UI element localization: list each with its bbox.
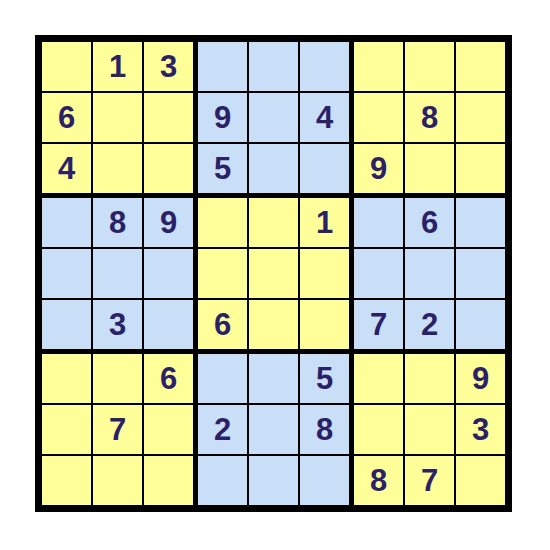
sudoku-cell-r7c4[interactable]: [198, 354, 247, 403]
sudoku-cell-r9c6[interactable]: [300, 456, 349, 505]
given-digit: 3: [160, 51, 177, 82]
sudoku-cell-r9c5[interactable]: [249, 456, 298, 505]
given-digit: 3: [472, 414, 489, 445]
sudoku-cell-r9c1[interactable]: [42, 456, 91, 505]
sudoku-cell-r5c2[interactable]: [93, 249, 142, 298]
sudoku-cell-r1c6[interactable]: [300, 42, 349, 91]
sudoku-cell-r7c9[interactable]: 9: [456, 354, 505, 403]
sudoku-cell-r5c7[interactable]: [354, 249, 403, 298]
sudoku-cell-r8c8[interactable]: [405, 405, 454, 454]
sudoku-cell-r3c2[interactable]: [93, 144, 142, 193]
sudoku-cell-r8c4[interactable]: 2: [198, 405, 247, 454]
sudoku-cell-r9c9[interactable]: [456, 456, 505, 505]
sudoku-cell-r4c4[interactable]: [198, 198, 247, 247]
sudoku-cell-r5c1[interactable]: [42, 249, 91, 298]
sudoku-cell-r1c3[interactable]: 3: [144, 42, 193, 91]
sudoku-cell-r8c1[interactable]: [42, 405, 91, 454]
given-digit: 8: [421, 102, 438, 133]
given-digit: 5: [316, 363, 333, 394]
sudoku-cell-r7c6[interactable]: 5: [300, 354, 349, 403]
sudoku-cell-r3c1[interactable]: 4: [42, 144, 91, 193]
sudoku-cell-r2c6[interactable]: 4: [300, 93, 349, 142]
sudoku-cell-r6c5[interactable]: [249, 300, 298, 349]
sudoku-cell-r7c2[interactable]: [93, 354, 142, 403]
sudoku-cell-r3c7[interactable]: 9: [354, 144, 403, 193]
sudoku-cell-r6c2[interactable]: 3: [93, 300, 142, 349]
sudoku-cell-r4c8[interactable]: 6: [405, 198, 454, 247]
sudoku-cell-r8c6[interactable]: 8: [300, 405, 349, 454]
given-digit: 7: [370, 309, 387, 340]
given-digit: 8: [109, 207, 126, 238]
given-digit: 6: [421, 207, 438, 238]
sudoku-cell-r4c6[interactable]: 1: [300, 198, 349, 247]
sudoku-cell-r9c7[interactable]: 8: [354, 456, 403, 505]
sudoku-cell-r8c7[interactable]: [354, 405, 403, 454]
sudoku-cell-r7c3[interactable]: 6: [144, 354, 193, 403]
sudoku-cell-r8c3[interactable]: [144, 405, 193, 454]
sudoku-cell-r2c2[interactable]: [93, 93, 142, 142]
given-digit: 7: [109, 414, 126, 445]
given-digit: 9: [472, 363, 489, 394]
given-digit: 6: [160, 363, 177, 394]
sudoku-cell-r3c9[interactable]: [456, 144, 505, 193]
sudoku-cell-r5c3[interactable]: [144, 249, 193, 298]
sudoku-cell-r3c8[interactable]: [405, 144, 454, 193]
sudoku-cell-r6c3[interactable]: [144, 300, 193, 349]
given-digit: 3: [109, 309, 126, 340]
sudoku-cell-r2c4[interactable]: 9: [198, 93, 247, 142]
sudoku-cell-r3c4[interactable]: 5: [198, 144, 247, 193]
sudoku-cell-r8c9[interactable]: 3: [456, 405, 505, 454]
sudoku-cell-r1c4[interactable]: [198, 42, 247, 91]
sudoku-cell-r6c9[interactable]: [456, 300, 505, 349]
given-digit: 2: [421, 309, 438, 340]
sudoku-cell-r2c5[interactable]: [249, 93, 298, 142]
sudoku-cell-r6c1[interactable]: [42, 300, 91, 349]
given-digit: 4: [58, 153, 75, 184]
sudoku-cell-r7c7[interactable]: [354, 354, 403, 403]
sudoku-cell-r1c9[interactable]: [456, 42, 505, 91]
sudoku-cell-r1c5[interactable]: [249, 42, 298, 91]
sudoku-cell-r4c1[interactable]: [42, 198, 91, 247]
sudoku-cell-r3c6[interactable]: [300, 144, 349, 193]
sudoku-cell-r3c5[interactable]: [249, 144, 298, 193]
sudoku-cell-r9c4[interactable]: [198, 456, 247, 505]
sudoku-cell-r9c8[interactable]: 7: [405, 456, 454, 505]
sudoku-board: 13694845989163672659728387: [35, 35, 512, 512]
sudoku-cell-r5c8[interactable]: [405, 249, 454, 298]
sudoku-cell-r9c3[interactable]: [144, 456, 193, 505]
given-digit: 8: [370, 465, 387, 496]
sudoku-cell-r5c6[interactable]: [300, 249, 349, 298]
given-digit: 6: [214, 309, 231, 340]
given-digit: 1: [109, 51, 126, 82]
sudoku-cell-r2c3[interactable]: [144, 93, 193, 142]
sudoku-cell-r9c2[interactable]: [93, 456, 142, 505]
given-digit: 7: [421, 465, 438, 496]
given-digit: 8: [316, 414, 333, 445]
sudoku-cell-r6c6[interactable]: [300, 300, 349, 349]
given-digit: 4: [316, 102, 333, 133]
given-digit: 6: [58, 102, 75, 133]
sudoku-cell-r5c9[interactable]: [456, 249, 505, 298]
sudoku-cell-r5c4[interactable]: [198, 249, 247, 298]
sudoku-cell-r6c8[interactable]: 2: [405, 300, 454, 349]
sudoku-cell-r1c1[interactable]: [42, 42, 91, 91]
sudoku-cell-r2c7[interactable]: [354, 93, 403, 142]
given-digit: 5: [214, 153, 231, 184]
sudoku-cell-r3c3[interactable]: [144, 144, 193, 193]
sudoku-cell-r4c5[interactable]: [249, 198, 298, 247]
sudoku-cell-r8c5[interactable]: [249, 405, 298, 454]
sudoku-cell-r4c7[interactable]: [354, 198, 403, 247]
sudoku-cell-r2c8[interactable]: 8: [405, 93, 454, 142]
sudoku-cell-r6c7[interactable]: 7: [354, 300, 403, 349]
given-digit: 9: [160, 207, 177, 238]
given-digit: 1: [316, 207, 333, 238]
sudoku-page: 13694845989163672659728387: [0, 0, 550, 550]
sudoku-cell-r5c5[interactable]: [249, 249, 298, 298]
sudoku-cell-r1c8[interactable]: [405, 42, 454, 91]
given-digit: 2: [214, 414, 231, 445]
sudoku-cell-r4c9[interactable]: [456, 198, 505, 247]
sudoku-cell-r6c4[interactable]: 6: [198, 300, 247, 349]
sudoku-cell-r2c1[interactable]: 6: [42, 93, 91, 142]
sudoku-cell-r1c7[interactable]: [354, 42, 403, 91]
given-digit: 9: [370, 153, 387, 184]
sudoku-cell-r7c5[interactable]: [249, 354, 298, 403]
sudoku-cell-r7c1[interactable]: [42, 354, 91, 403]
sudoku-grid: 13694845989163672659728387: [42, 42, 505, 505]
sudoku-cell-r4c3[interactable]: 9: [144, 198, 193, 247]
sudoku-cell-r1c2[interactable]: 1: [93, 42, 142, 91]
sudoku-cell-r2c9[interactable]: [456, 93, 505, 142]
given-digit: 9: [214, 102, 231, 133]
sudoku-cell-r7c8[interactable]: [405, 354, 454, 403]
sudoku-cell-r4c2[interactable]: 8: [93, 198, 142, 247]
sudoku-cell-r8c2[interactable]: 7: [93, 405, 142, 454]
